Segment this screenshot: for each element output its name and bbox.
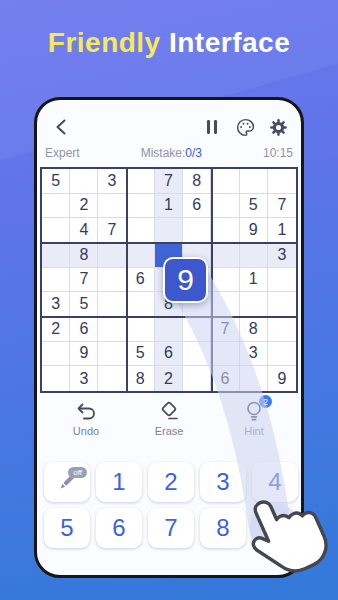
cell-r7c8[interactable]: 8 bbox=[240, 317, 268, 342]
undo-icon bbox=[54, 400, 118, 422]
undo-button[interactable]: Undo bbox=[54, 400, 118, 437]
box-divider bbox=[42, 316, 296, 318]
cell-r7c1[interactable]: 2 bbox=[42, 317, 70, 342]
cell-r9c1[interactable] bbox=[42, 366, 70, 391]
cell-r4c1[interactable] bbox=[42, 243, 70, 268]
cell-r7c5[interactable] bbox=[155, 317, 183, 342]
cell-r5c3[interactable] bbox=[98, 268, 126, 293]
cell-r2c3[interactable] bbox=[98, 194, 126, 219]
cell-r7c3[interactable] bbox=[98, 317, 126, 342]
timer: 10:15 bbox=[263, 146, 293, 160]
mistake-counter: Mistake:0/3 bbox=[80, 146, 263, 160]
numpad-key-3[interactable]: 3 bbox=[200, 462, 246, 502]
toolbar: Undo Erase 2 Hint bbox=[37, 400, 301, 444]
cell-r3c8[interactable]: 9 bbox=[240, 218, 268, 243]
cell-r5c4[interactable]: 6 bbox=[127, 268, 155, 293]
cell-r9c7[interactable]: 6 bbox=[211, 366, 239, 391]
palette-icon[interactable] bbox=[234, 116, 256, 138]
cell-r4c3[interactable] bbox=[98, 243, 126, 268]
cell-r3c9[interactable]: 1 bbox=[268, 218, 296, 243]
cell-r2c8[interactable]: 5 bbox=[240, 194, 268, 219]
cell-r3c3[interactable]: 7 bbox=[98, 218, 126, 243]
cell-r1c3[interactable]: 3 bbox=[98, 169, 126, 194]
cell-r3c5[interactable] bbox=[155, 218, 183, 243]
cell-r2c1[interactable] bbox=[42, 194, 70, 219]
cell-r7c7[interactable]: 7 bbox=[211, 317, 239, 342]
cell-r8c7[interactable] bbox=[211, 342, 239, 367]
difficulty-label: Expert bbox=[45, 146, 80, 160]
numpad-key-5[interactable]: 5 bbox=[44, 508, 90, 548]
title-highlight: Friendly bbox=[48, 27, 161, 58]
cell-r8c3[interactable] bbox=[98, 342, 126, 367]
cell-r5c2[interactable]: 7 bbox=[70, 268, 98, 293]
cell-r6c9[interactable] bbox=[268, 292, 296, 317]
status-row: Expert Mistake:0/3 10:15 bbox=[45, 146, 293, 160]
cell-r3c2[interactable]: 4 bbox=[70, 218, 98, 243]
cell-r8c8[interactable]: 3 bbox=[240, 342, 268, 367]
cell-r9c2[interactable]: 3 bbox=[70, 366, 98, 391]
hint-count-badge: 2 bbox=[259, 395, 272, 408]
cell-r8c9[interactable] bbox=[268, 342, 296, 367]
cell-r2c7[interactable] bbox=[211, 194, 239, 219]
cell-r9c3[interactable] bbox=[98, 366, 126, 391]
cell-r4c9[interactable]: 3 bbox=[268, 243, 296, 268]
pencil-off-badge: off bbox=[68, 467, 87, 478]
top-bar bbox=[51, 114, 289, 140]
cell-r7c2[interactable]: 6 bbox=[70, 317, 98, 342]
cell-r6c2[interactable]: 5 bbox=[70, 292, 98, 317]
cell-r7c9[interactable] bbox=[268, 317, 296, 342]
numpad-key-6[interactable]: 6 bbox=[96, 508, 142, 548]
cell-r6c3[interactable] bbox=[98, 292, 126, 317]
cell-r4c2[interactable]: 8 bbox=[70, 243, 98, 268]
cell-r6c7[interactable] bbox=[211, 292, 239, 317]
erase-button[interactable]: Erase bbox=[137, 400, 201, 437]
cell-r1c6[interactable]: 8 bbox=[183, 169, 211, 194]
cell-r9c5[interactable]: 2 bbox=[155, 366, 183, 391]
cell-r1c4[interactable] bbox=[127, 169, 155, 194]
cell-r9c4[interactable]: 8 bbox=[127, 366, 155, 391]
hint-button[interactable]: 2 Hint bbox=[222, 400, 286, 437]
erase-icon bbox=[137, 400, 201, 422]
settings-gear-icon[interactable] bbox=[267, 116, 289, 138]
cell-r9c6[interactable] bbox=[183, 366, 211, 391]
cell-r9c9[interactable]: 9 bbox=[268, 366, 296, 391]
cell-r8c5[interactable]: 6 bbox=[155, 342, 183, 367]
cell-r9c8[interactable] bbox=[240, 366, 268, 391]
cell-r1c2[interactable] bbox=[70, 169, 98, 194]
cell-r2c9[interactable]: 7 bbox=[268, 194, 296, 219]
placed-number-popup: 9 bbox=[163, 257, 208, 303]
numpad-key-1[interactable]: 1 bbox=[96, 462, 142, 502]
cell-r6c4[interactable] bbox=[127, 292, 155, 317]
app-screenshot: Friendly Interface bbox=[0, 0, 338, 600]
cell-r8c1[interactable] bbox=[42, 342, 70, 367]
cell-r4c8[interactable] bbox=[240, 243, 268, 268]
box-divider bbox=[211, 169, 213, 391]
cell-r1c1[interactable]: 5 bbox=[42, 169, 70, 194]
cell-r8c2[interactable]: 9 bbox=[70, 342, 98, 367]
cell-r4c7[interactable] bbox=[211, 243, 239, 268]
cell-r3c4[interactable] bbox=[127, 218, 155, 243]
numpad-key-2[interactable]: 2 bbox=[148, 462, 194, 502]
cell-r2c2[interactable]: 2 bbox=[70, 194, 98, 219]
cell-r4c4[interactable] bbox=[127, 243, 155, 268]
cell-r3c1[interactable] bbox=[42, 218, 70, 243]
cell-r7c6[interactable] bbox=[183, 317, 211, 342]
cell-r7c4[interactable] bbox=[127, 317, 155, 342]
cell-r2c6[interactable]: 6 bbox=[183, 194, 211, 219]
cell-r1c9[interactable] bbox=[268, 169, 296, 194]
pause-icon[interactable] bbox=[201, 116, 223, 138]
pencil-toggle-button[interactable]: off bbox=[44, 462, 90, 502]
cell-r5c7[interactable] bbox=[211, 268, 239, 293]
hint-bulb-icon: 2 bbox=[222, 400, 286, 422]
box-divider bbox=[42, 242, 296, 244]
mistake-value: 0/3 bbox=[185, 146, 202, 160]
cell-r3c6[interactable] bbox=[183, 218, 211, 243]
box-divider bbox=[126, 169, 128, 391]
cell-r1c8[interactable] bbox=[240, 169, 268, 194]
cell-r1c7[interactable] bbox=[211, 169, 239, 194]
cell-r5c9[interactable] bbox=[268, 268, 296, 293]
numpad-key-7[interactable]: 7 bbox=[148, 508, 194, 548]
back-icon[interactable] bbox=[51, 116, 73, 138]
cell-r1c5[interactable]: 7 bbox=[155, 169, 183, 194]
cell-r8c4[interactable]: 5 bbox=[127, 342, 155, 367]
cell-r3c7[interactable] bbox=[211, 218, 239, 243]
cell-r2c5[interactable]: 1 bbox=[155, 194, 183, 219]
cell-r5c1[interactable] bbox=[42, 268, 70, 293]
cell-r5c8[interactable]: 1 bbox=[240, 268, 268, 293]
cell-r2c4[interactable] bbox=[127, 194, 155, 219]
cell-r6c8[interactable] bbox=[240, 292, 268, 317]
cell-r8c6[interactable] bbox=[183, 342, 211, 367]
page-title: Friendly Interface bbox=[0, 27, 338, 59]
cell-r6c1[interactable]: 3 bbox=[42, 292, 70, 317]
